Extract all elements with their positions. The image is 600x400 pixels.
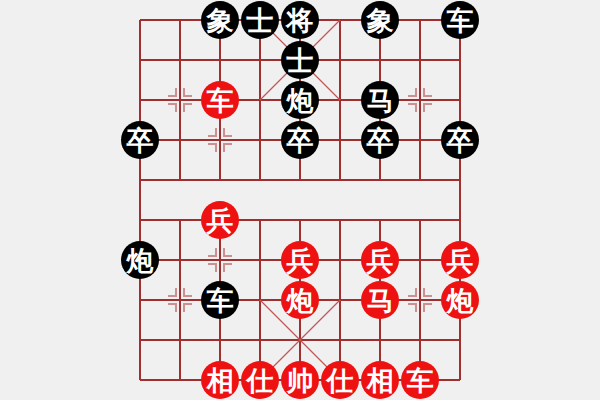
- piece-black-elephant[interactable]: 象: [201, 1, 239, 39]
- piece-black-pawn[interactable]: 卒: [441, 121, 479, 159]
- piece-black-general[interactable]: 将: [281, 1, 319, 39]
- piece-layer: 象士将象车士车炮马卒卒卒卒兵炮兵兵兵车炮马炮相仕帅仕相车: [120, 0, 480, 400]
- piece-black-horse[interactable]: 马: [361, 81, 399, 119]
- piece-red-chariot[interactable]: 车: [201, 81, 239, 119]
- piece-black-cannon[interactable]: 炮: [281, 81, 319, 119]
- piece-red-elephant[interactable]: 相: [361, 361, 399, 399]
- piece-red-advisor[interactable]: 仕: [321, 361, 359, 399]
- xiangqi-screen: 象士将象车士车炮马卒卒卒卒兵炮兵兵兵车炮马炮相仕帅仕相车: [0, 0, 600, 400]
- piece-black-pawn[interactable]: 卒: [361, 121, 399, 159]
- piece-black-chariot[interactable]: 车: [441, 1, 479, 39]
- piece-red-cannon[interactable]: 炮: [441, 281, 479, 319]
- piece-red-chariot[interactable]: 车: [401, 361, 439, 399]
- piece-red-horse[interactable]: 马: [361, 281, 399, 319]
- piece-black-chariot[interactable]: 车: [201, 281, 239, 319]
- piece-red-pawn[interactable]: 兵: [201, 201, 239, 239]
- piece-red-cannon[interactable]: 炮: [281, 281, 319, 319]
- piece-red-elephant[interactable]: 相: [201, 361, 239, 399]
- piece-red-advisor[interactable]: 仕: [241, 361, 279, 399]
- piece-red-pawn[interactable]: 兵: [441, 241, 479, 279]
- piece-red-general[interactable]: 帅: [281, 361, 319, 399]
- piece-black-elephant[interactable]: 象: [361, 1, 399, 39]
- piece-black-pawn[interactable]: 卒: [281, 121, 319, 159]
- piece-black-advisor[interactable]: 士: [281, 41, 319, 79]
- piece-black-advisor[interactable]: 士: [241, 1, 279, 39]
- piece-red-pawn[interactable]: 兵: [361, 241, 399, 279]
- piece-black-cannon[interactable]: 炮: [121, 241, 159, 279]
- piece-black-pawn[interactable]: 卒: [121, 121, 159, 159]
- piece-red-pawn[interactable]: 兵: [281, 241, 319, 279]
